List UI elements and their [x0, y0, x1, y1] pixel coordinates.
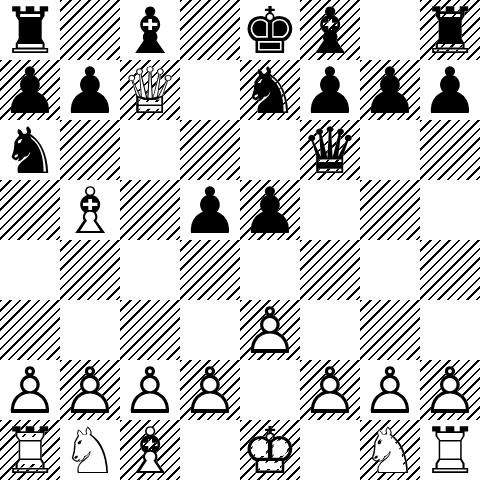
piece-fill-mask: ♛ [120, 60, 180, 120]
square-e4[interactable] [240, 240, 300, 300]
black-pawn-e5: ♟ [240, 180, 300, 240]
square-a2[interactable]: ♟♙ [0, 360, 60, 420]
square-c4[interactable] [120, 240, 180, 300]
square-h3[interactable] [420, 300, 480, 360]
square-d8[interactable] [180, 0, 240, 60]
square-e2[interactable] [240, 360, 300, 420]
square-h8[interactable]: ♜♜ [420, 0, 480, 60]
square-b7[interactable]: ♟♟ [60, 60, 120, 120]
square-h7[interactable]: ♟♟ [420, 60, 480, 120]
piece-fill-mask: ♞ [60, 420, 120, 480]
piece-fill-mask: ♜ [0, 0, 60, 60]
piece-fill-mask: ♝ [300, 0, 360, 60]
square-e5[interactable]: ♟♟ [240, 180, 300, 240]
square-h4[interactable] [420, 240, 480, 300]
piece-fill-mask: ♟ [360, 360, 420, 420]
piece-fill-mask: ♟ [360, 60, 420, 120]
square-h6[interactable] [420, 120, 480, 180]
black-knight-e7: ♞ [240, 60, 300, 120]
white-knight-g1: ♘ [360, 420, 420, 480]
square-c5[interactable] [120, 180, 180, 240]
square-b8[interactable] [60, 0, 120, 60]
chess-board-container: ♜♜♝♝♚♚♝♝♜♜♟♟♟♟♛♕♞♞♟♟♟♟♟♟♞♞♛♛♝♗♟♟♟♟♟♙♟♙♟♙… [0, 0, 480, 480]
piece-fill-mask: ♟ [120, 360, 180, 420]
square-e6[interactable] [240, 120, 300, 180]
square-b1[interactable]: ♞♘ [60, 420, 120, 480]
piece-fill-mask: ♟ [420, 360, 480, 420]
piece-fill-mask: ♟ [240, 300, 300, 360]
black-pawn-h7: ♟ [420, 60, 480, 120]
square-d5[interactable]: ♟♟ [180, 180, 240, 240]
square-g6[interactable] [360, 120, 420, 180]
piece-fill-mask: ♝ [120, 0, 180, 60]
square-g4[interactable] [360, 240, 420, 300]
square-b3[interactable] [60, 300, 120, 360]
black-pawn-b7: ♟ [60, 60, 120, 120]
square-h2[interactable]: ♟♙ [420, 360, 480, 420]
square-g2[interactable]: ♟♙ [360, 360, 420, 420]
square-f1[interactable] [300, 420, 360, 480]
piece-fill-mask: ♜ [420, 0, 480, 60]
piece-fill-mask: ♜ [420, 420, 480, 480]
white-pawn-g2: ♙ [360, 360, 420, 420]
white-bishop-b5: ♗ [60, 180, 120, 240]
square-g5[interactable] [360, 180, 420, 240]
square-a5[interactable] [0, 180, 60, 240]
square-g7[interactable]: ♟♟ [360, 60, 420, 120]
black-pawn-f7: ♟ [300, 60, 360, 120]
square-a4[interactable] [0, 240, 60, 300]
black-knight-a6: ♞ [0, 120, 60, 180]
square-f6[interactable]: ♛♛ [300, 120, 360, 180]
white-knight-b1: ♘ [60, 420, 120, 480]
white-pawn-h2: ♙ [420, 360, 480, 420]
square-b5[interactable]: ♝♗ [60, 180, 120, 240]
piece-fill-mask: ♚ [240, 420, 300, 480]
black-pawn-g7: ♟ [360, 60, 420, 120]
square-b4[interactable] [60, 240, 120, 300]
square-c6[interactable] [120, 120, 180, 180]
black-bishop-f8: ♝ [300, 0, 360, 60]
piece-fill-mask: ♟ [60, 60, 120, 120]
piece-fill-mask: ♟ [300, 360, 360, 420]
piece-fill-mask: ♟ [300, 60, 360, 120]
piece-fill-mask: ♟ [0, 360, 60, 420]
black-rook-h8: ♜ [420, 0, 480, 60]
square-a1[interactable]: ♜♖ [0, 420, 60, 480]
white-bishop-c1: ♗ [120, 420, 180, 480]
square-d7[interactable] [180, 60, 240, 120]
piece-fill-mask: ♟ [420, 60, 480, 120]
piece-fill-mask: ♞ [240, 60, 300, 120]
square-f8[interactable]: ♝♝ [300, 0, 360, 60]
black-rook-a8: ♜ [0, 0, 60, 60]
square-d4[interactable] [180, 240, 240, 300]
piece-fill-mask: ♟ [180, 360, 240, 420]
piece-fill-mask: ♟ [180, 180, 240, 240]
white-pawn-c2: ♙ [120, 360, 180, 420]
piece-fill-mask: ♟ [0, 60, 60, 120]
black-king-e8: ♚ [240, 0, 300, 60]
square-e8[interactable]: ♚♚ [240, 0, 300, 60]
black-pawn-a7: ♟ [0, 60, 60, 120]
square-g1[interactable]: ♞♘ [360, 420, 420, 480]
square-d6[interactable] [180, 120, 240, 180]
black-pawn-d5: ♟ [180, 180, 240, 240]
square-f5[interactable] [300, 180, 360, 240]
square-c7[interactable]: ♛♕ [120, 60, 180, 120]
white-king-e1: ♔ [240, 420, 300, 480]
piece-fill-mask: ♜ [0, 420, 60, 480]
piece-fill-mask: ♛ [300, 120, 360, 180]
piece-fill-mask: ♞ [0, 120, 60, 180]
black-queen-f6: ♛ [300, 120, 360, 180]
square-c3[interactable] [120, 300, 180, 360]
piece-fill-mask: ♝ [60, 180, 120, 240]
square-a3[interactable] [0, 300, 60, 360]
square-f7[interactable]: ♟♟ [300, 60, 360, 120]
square-f3[interactable] [300, 300, 360, 360]
square-a7[interactable]: ♟♟ [0, 60, 60, 120]
square-e1[interactable]: ♚♔ [240, 420, 300, 480]
white-rook-a1: ♖ [0, 420, 60, 480]
black-bishop-c8: ♝ [120, 0, 180, 60]
piece-fill-mask: ♟ [240, 180, 300, 240]
piece-fill-mask: ♟ [60, 360, 120, 420]
square-c1[interactable]: ♝♗ [120, 420, 180, 480]
chess-board: ♜♜♝♝♚♚♝♝♜♜♟♟♟♟♛♕♞♞♟♟♟♟♟♟♞♞♛♛♝♗♟♟♟♟♟♙♟♙♟♙… [0, 0, 480, 480]
piece-fill-mask: ♚ [240, 0, 300, 60]
square-e7[interactable]: ♞♞ [240, 60, 300, 120]
square-a6[interactable]: ♞♞ [0, 120, 60, 180]
square-f4[interactable] [300, 240, 360, 300]
square-d1[interactable] [180, 420, 240, 480]
white-pawn-f2: ♙ [300, 360, 360, 420]
square-d3[interactable] [180, 300, 240, 360]
piece-fill-mask: ♞ [360, 420, 420, 480]
white-pawn-d2: ♙ [180, 360, 240, 420]
square-c8[interactable]: ♝♝ [120, 0, 180, 60]
piece-fill-mask: ♝ [120, 420, 180, 480]
square-d2[interactable]: ♟♙ [180, 360, 240, 420]
white-rook-h1: ♖ [420, 420, 480, 480]
square-f2[interactable]: ♟♙ [300, 360, 360, 420]
square-h5[interactable] [420, 180, 480, 240]
white-queen-c7: ♕ [120, 60, 180, 120]
white-pawn-a2: ♙ [0, 360, 60, 420]
square-h1[interactable]: ♜♖ [420, 420, 480, 480]
square-e3[interactable]: ♟♙ [240, 300, 300, 360]
white-pawn-e3: ♙ [240, 300, 300, 360]
square-b2[interactable]: ♟♙ [60, 360, 120, 420]
square-a8[interactable]: ♜♜ [0, 0, 60, 60]
square-c2[interactable]: ♟♙ [120, 360, 180, 420]
square-b6[interactable] [60, 120, 120, 180]
square-g3[interactable] [360, 300, 420, 360]
white-pawn-b2: ♙ [60, 360, 120, 420]
square-g8[interactable] [360, 0, 420, 60]
